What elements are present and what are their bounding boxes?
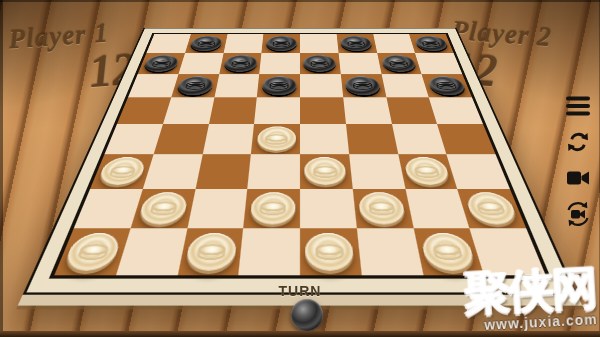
square-r6c7[interactable]: ⛀ bbox=[457, 189, 526, 229]
camera-button[interactable] bbox=[563, 164, 593, 191]
square-r2c4[interactable] bbox=[300, 74, 343, 97]
light-piece[interactable]: ⛀ bbox=[463, 192, 519, 224]
light-piece[interactable]: ⛀ bbox=[62, 233, 123, 271]
square-r3c4[interactable] bbox=[300, 98, 346, 124]
square-r2c1[interactable]: ⛂ bbox=[171, 74, 219, 97]
screen-bottom-edge bbox=[0, 331, 600, 337]
square-r6c1[interactable]: ⛀ bbox=[130, 189, 195, 229]
dark-piece[interactable]: ⛂ bbox=[223, 55, 258, 72]
square-r6c5[interactable]: ⛀ bbox=[352, 189, 413, 229]
square-r5c7[interactable] bbox=[447, 154, 510, 188]
game-screen: Player 1 12 Player 2 12 ⛂⛂⛂⛂⛂⛂⛂⛂⛂⛂⛂⛂⛀⛀⛀⛀… bbox=[0, 0, 600, 337]
square-r7c3[interactable] bbox=[239, 229, 300, 276]
toolbar bbox=[561, 92, 595, 227]
square-r5c5[interactable] bbox=[349, 154, 405, 188]
square-r1c0[interactable]: ⛂ bbox=[138, 53, 185, 74]
square-r6c4[interactable] bbox=[300, 189, 357, 229]
light-piece[interactable]: ⛀ bbox=[358, 192, 407, 224]
watermark: 聚侠网 www.juxia.com bbox=[463, 262, 598, 333]
light-piece[interactable]: ⛀ bbox=[97, 157, 148, 185]
light-piece[interactable]: ⛀ bbox=[305, 157, 347, 185]
square-r7c5[interactable] bbox=[357, 229, 423, 276]
dark-piece[interactable]: ⛂ bbox=[189, 36, 223, 51]
square-r1c7[interactable] bbox=[415, 53, 462, 74]
square-r2c5[interactable]: ⛂ bbox=[341, 74, 386, 97]
square-r6c2[interactable] bbox=[187, 189, 248, 229]
square-r1c2[interactable]: ⛂ bbox=[219, 53, 262, 74]
square-r2c2[interactable] bbox=[214, 74, 259, 97]
dark-piece[interactable]: ⛂ bbox=[340, 36, 373, 51]
square-r6c3[interactable]: ⛀ bbox=[243, 189, 300, 229]
square-r5c1[interactable] bbox=[143, 154, 203, 188]
dark-piece[interactable]: ⛂ bbox=[142, 55, 180, 72]
square-r0c3[interactable]: ⛂ bbox=[262, 34, 300, 53]
square-r2c7[interactable]: ⛂ bbox=[422, 74, 472, 97]
camera-icon bbox=[565, 167, 591, 189]
light-piece[interactable]: ⛀ bbox=[305, 233, 355, 271]
square-r1c1[interactable] bbox=[178, 53, 223, 74]
light-piece[interactable]: ⛀ bbox=[256, 127, 296, 151]
square-r5c3[interactable] bbox=[248, 154, 300, 188]
square-r7c4[interactable]: ⛀ bbox=[300, 229, 361, 276]
light-piece[interactable]: ⛀ bbox=[249, 192, 295, 224]
square-r2c3[interactable]: ⛂ bbox=[257, 74, 300, 97]
rotate-camera-icon bbox=[563, 200, 593, 228]
square-r0c2[interactable] bbox=[223, 34, 263, 53]
square-r0c0[interactable] bbox=[146, 34, 190, 53]
menu-icon bbox=[565, 95, 591, 117]
dark-piece[interactable]: ⛂ bbox=[345, 76, 382, 95]
turn-indicator-dark-piece bbox=[291, 299, 323, 331]
square-r3c1[interactable] bbox=[163, 98, 214, 124]
square-r4c3[interactable]: ⛀ bbox=[251, 124, 300, 154]
square-r5c4[interactable]: ⛀ bbox=[300, 154, 352, 188]
square-r1c4[interactable]: ⛂ bbox=[300, 53, 341, 74]
square-r3c7[interactable] bbox=[429, 98, 483, 124]
square-r7c2[interactable]: ⛀ bbox=[177, 229, 243, 276]
dark-piece[interactable]: ⛂ bbox=[304, 55, 337, 72]
square-r2c0[interactable] bbox=[128, 74, 178, 97]
square-r0c1[interactable]: ⛂ bbox=[185, 34, 227, 53]
rotate-view-button[interactable] bbox=[563, 200, 593, 227]
light-piece[interactable]: ⛀ bbox=[419, 233, 476, 271]
square-r1c6[interactable]: ⛂ bbox=[377, 53, 422, 74]
square-r4c7[interactable] bbox=[437, 124, 495, 154]
square-r0c6[interactable] bbox=[373, 34, 415, 53]
light-piece[interactable]: ⛀ bbox=[137, 192, 189, 224]
square-r4c4[interactable] bbox=[300, 124, 349, 154]
square-r3c5[interactable] bbox=[343, 98, 391, 124]
light-piece[interactable]: ⛀ bbox=[184, 233, 238, 271]
dark-piece[interactable]: ⛂ bbox=[265, 36, 296, 51]
square-r4c2[interactable] bbox=[202, 124, 254, 154]
square-r0c7[interactable]: ⛂ bbox=[409, 34, 453, 53]
board-grid: ⛂⛂⛂⛂⛂⛂⛂⛂⛂⛂⛂⛂⛀⛀⛀⛀⛀⛀⛀⛀⛀⛀⛀⛀ bbox=[49, 33, 551, 279]
dark-piece[interactable]: ⛂ bbox=[261, 76, 296, 95]
dark-piece[interactable]: ⛂ bbox=[426, 76, 467, 95]
restart-icon bbox=[565, 129, 591, 155]
square-r0c4[interactable] bbox=[300, 34, 338, 53]
square-r1c5[interactable] bbox=[338, 53, 381, 74]
dark-piece[interactable]: ⛂ bbox=[413, 36, 449, 51]
square-r5c2[interactable] bbox=[195, 154, 251, 188]
square-r4c5[interactable] bbox=[346, 124, 398, 154]
light-piece[interactable]: ⛀ bbox=[403, 157, 451, 185]
square-r3c3[interactable] bbox=[254, 98, 300, 124]
dark-piece[interactable]: ⛂ bbox=[176, 76, 215, 95]
menu-button[interactable] bbox=[563, 92, 593, 119]
restart-button[interactable] bbox=[563, 128, 593, 155]
dark-piece[interactable]: ⛂ bbox=[381, 55, 417, 72]
square-r0c5[interactable]: ⛂ bbox=[336, 34, 376, 53]
square-r3c2[interactable] bbox=[209, 98, 257, 124]
square-r4c1[interactable] bbox=[153, 124, 208, 154]
square-r1c3[interactable] bbox=[259, 53, 300, 74]
